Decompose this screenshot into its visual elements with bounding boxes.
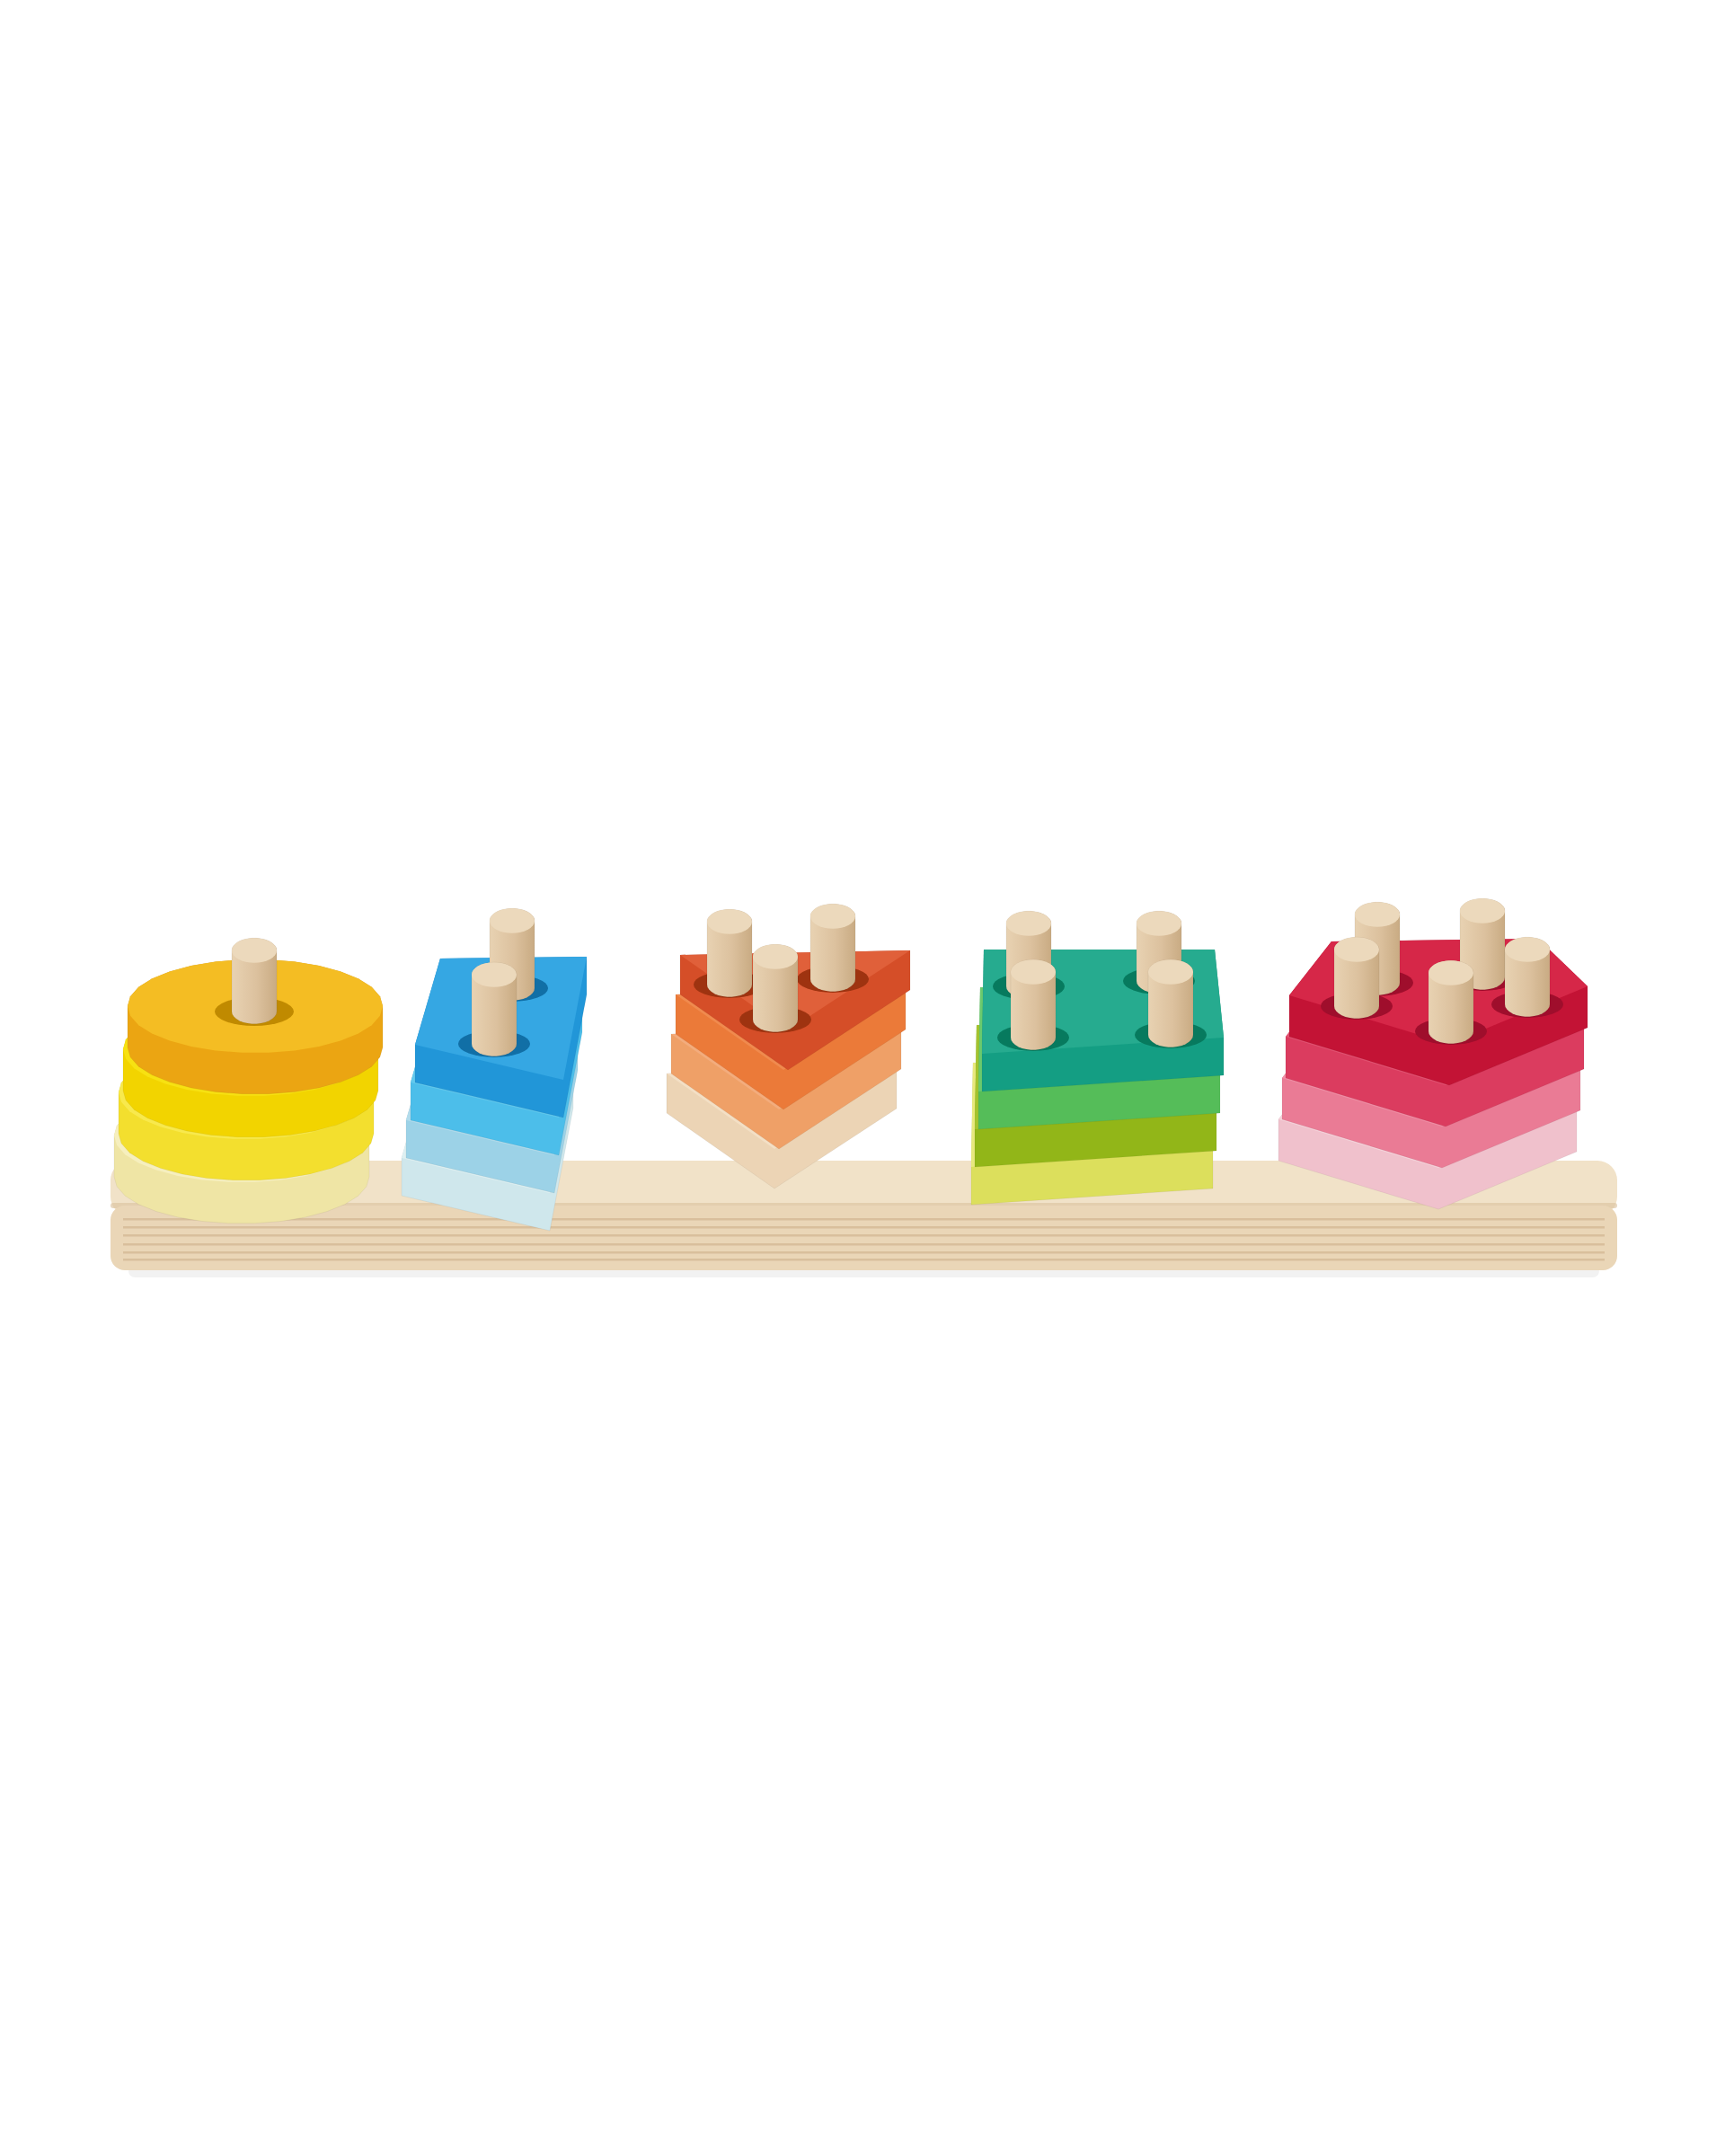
plywood-stripe xyxy=(123,1226,1605,1229)
peg-top xyxy=(1460,898,1505,923)
toy-illustration xyxy=(0,0,1725,2156)
rectangle-stack xyxy=(402,908,587,1231)
plywood-stripe xyxy=(123,1218,1605,1221)
pentagon-stack xyxy=(1278,898,1588,1209)
product-photo xyxy=(0,0,1725,2156)
plywood-stripe xyxy=(123,1259,1605,1261)
peg-top xyxy=(472,962,517,987)
peg-top xyxy=(707,909,752,934)
peg-top xyxy=(1334,937,1379,962)
peg-top xyxy=(1011,959,1056,985)
peg-top xyxy=(1429,960,1473,985)
peg-top xyxy=(1505,937,1550,962)
peg-top xyxy=(1137,911,1181,936)
peg-top xyxy=(1006,911,1051,936)
plywood-stripe xyxy=(123,1251,1605,1254)
square-stack xyxy=(971,911,1224,1205)
peg-top xyxy=(1148,959,1193,985)
peg-top xyxy=(490,908,535,933)
circle-stack xyxy=(114,938,383,1223)
peg-top xyxy=(753,944,798,969)
peg-top xyxy=(232,938,277,963)
peg-top xyxy=(810,904,855,929)
triangle-stack xyxy=(667,904,910,1188)
plywood-stripe xyxy=(123,1234,1605,1237)
peg-top xyxy=(1355,902,1400,927)
plywood-stripe xyxy=(123,1243,1605,1246)
